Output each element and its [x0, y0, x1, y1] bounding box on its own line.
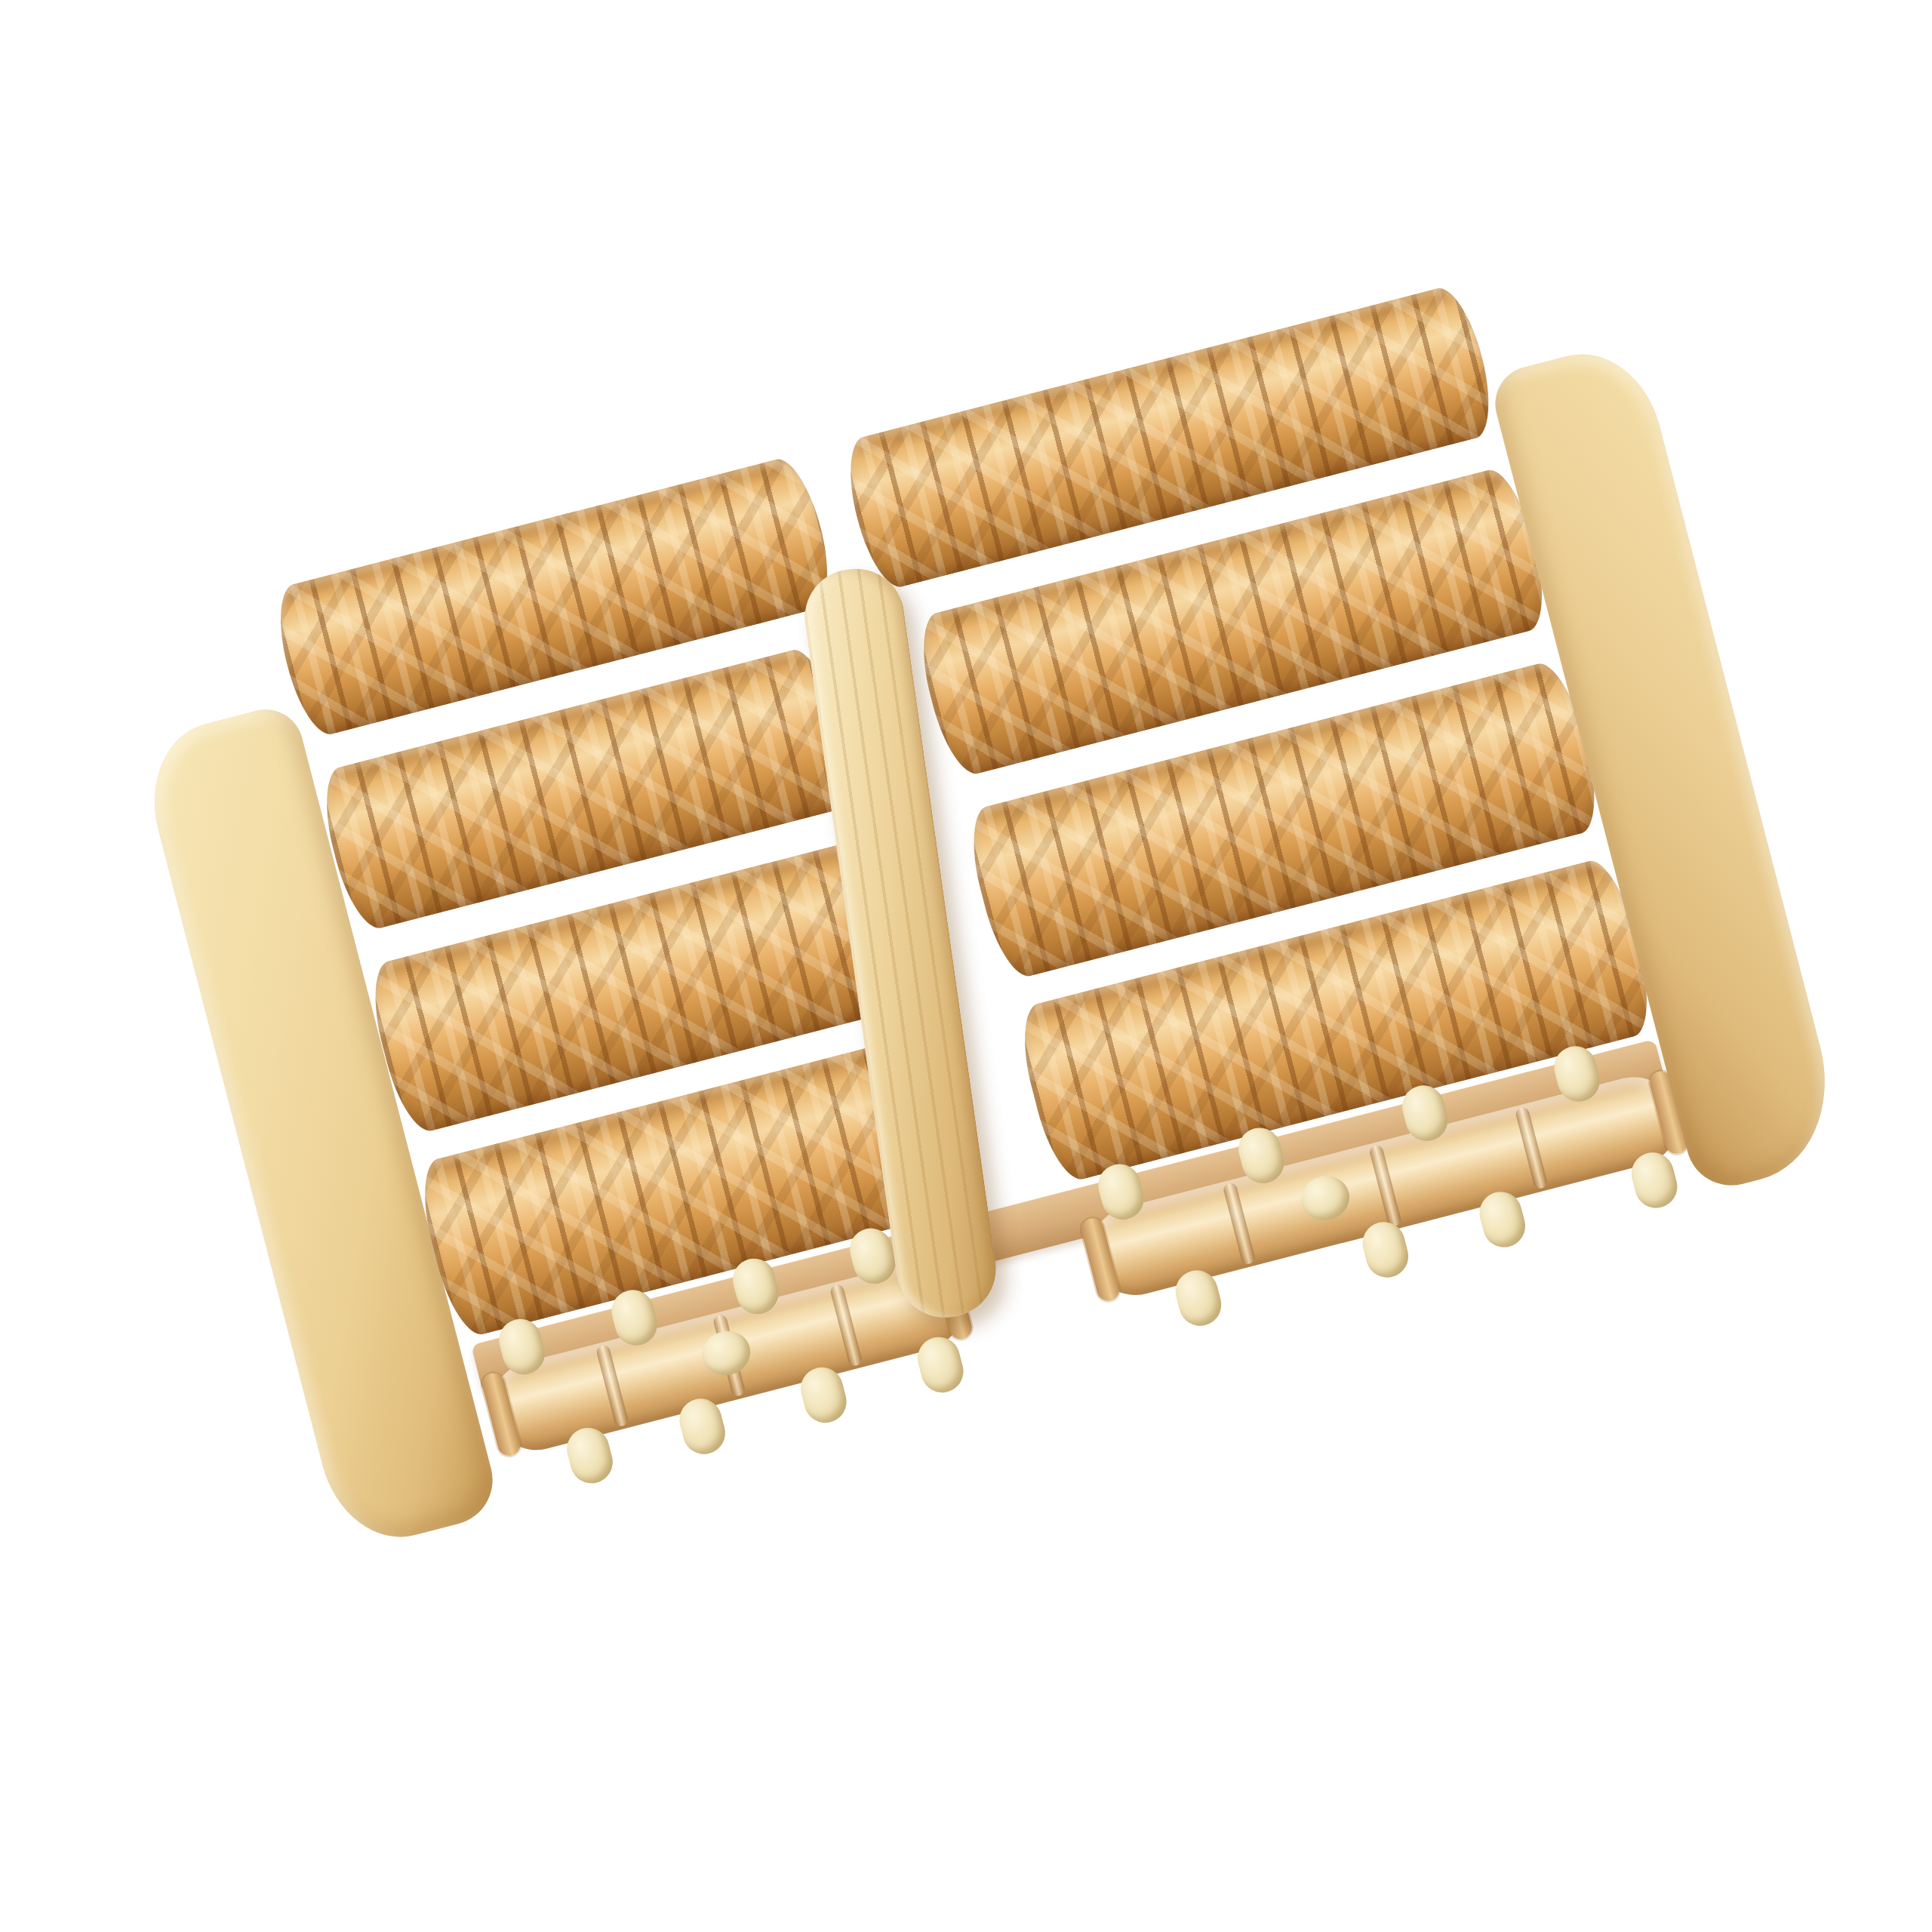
ring-groove [1368, 1143, 1402, 1228]
ring-groove [1222, 1181, 1256, 1266]
massage-nub [697, 1326, 755, 1380]
ring-groove [829, 1283, 863, 1367]
massage-nub [1358, 1217, 1413, 1282]
massage-nub [1475, 1187, 1530, 1252]
massage-nub [1627, 1148, 1682, 1213]
foot-massage-roller [107, 243, 1850, 1553]
massage-nub [1171, 1266, 1226, 1331]
massage-nub [562, 1423, 617, 1488]
ring-groove [1515, 1106, 1549, 1190]
ring-groove [595, 1343, 629, 1428]
massage-nub [796, 1363, 851, 1428]
massage-nub [1297, 1171, 1354, 1226]
massage-nub [675, 1394, 730, 1459]
massage-nub [913, 1333, 968, 1398]
